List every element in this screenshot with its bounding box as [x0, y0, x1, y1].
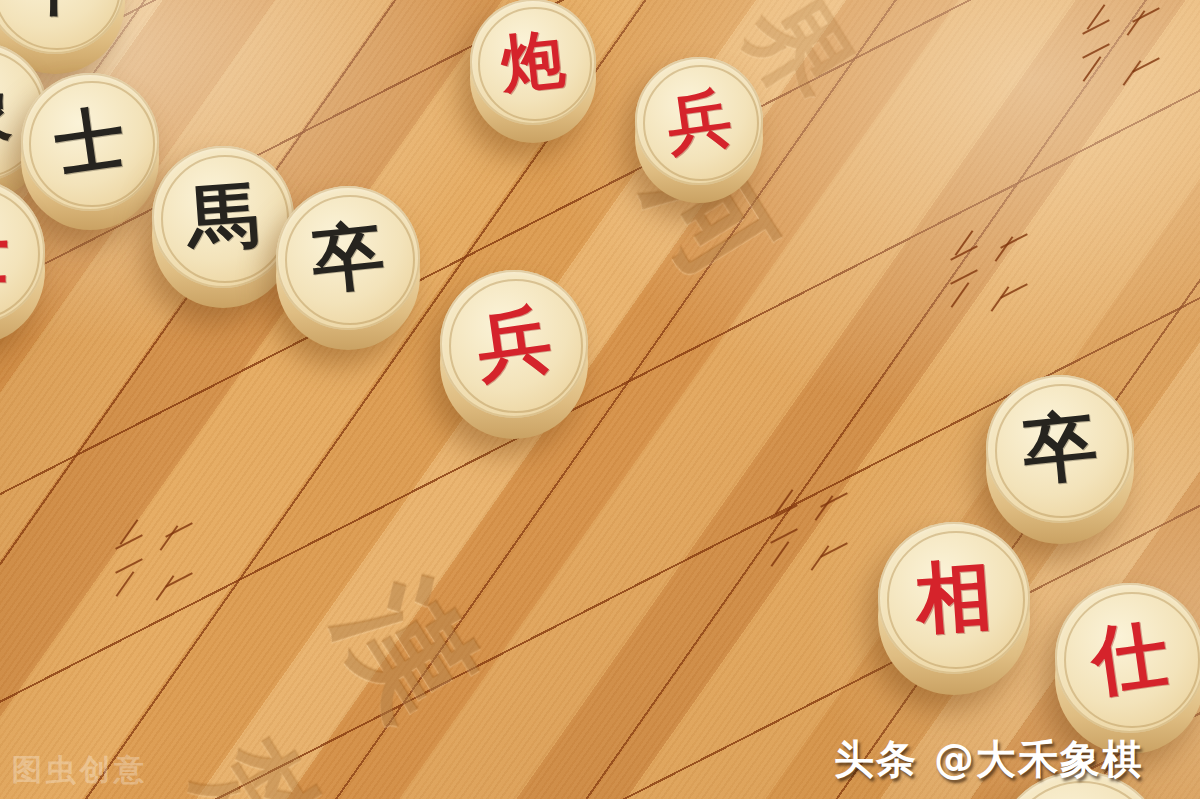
piece-face: 卒 [986, 375, 1134, 523]
piece-red-cannon[interactable]: 炮 [470, 0, 596, 143]
watermark-right: 头条 @大禾象棋 [834, 732, 1144, 787]
piece-face: 仕 [1055, 583, 1200, 733]
piece-face: 兵 [635, 57, 763, 185]
piece-red-partial-left[interactable]: 仕 [0, 179, 45, 345]
piece-face: 卒 [276, 186, 420, 330]
piece-character-red: 相 [873, 517, 1035, 679]
watermark-left: 图虫创意 [12, 750, 148, 791]
piece-character-red: 仕 [1045, 573, 1200, 742]
piece-red-soldier-1[interactable]: 兵 [635, 57, 763, 203]
piece-face: 相 [878, 522, 1030, 674]
board-photo: 河漢界楚 卒象士馬卒仕炮兵兵卒相仕將 图虫创意 头条 @大禾象棋 [0, 0, 1200, 799]
piece-character-black: 卒 [979, 368, 1142, 531]
piece-face: 炮 [470, 0, 596, 125]
piece-character-red: 兵 [430, 260, 597, 427]
piece-red-soldier-2[interactable]: 兵 [440, 270, 588, 439]
piece-red-advisor[interactable]: 仕 [1055, 583, 1200, 754]
piece-red-elephant[interactable]: 相 [878, 522, 1030, 695]
piece-face: 仕 [0, 179, 45, 325]
piece-face: 兵 [440, 270, 588, 418]
piece-character-red: 炮 [464, 0, 602, 131]
piece-black-soldier-1[interactable]: 卒 [276, 186, 420, 350]
piece-character-red: 仕 [0, 179, 45, 325]
piece-character-red: 兵 [627, 49, 772, 194]
piece-character-black: 卒 [269, 179, 427, 337]
